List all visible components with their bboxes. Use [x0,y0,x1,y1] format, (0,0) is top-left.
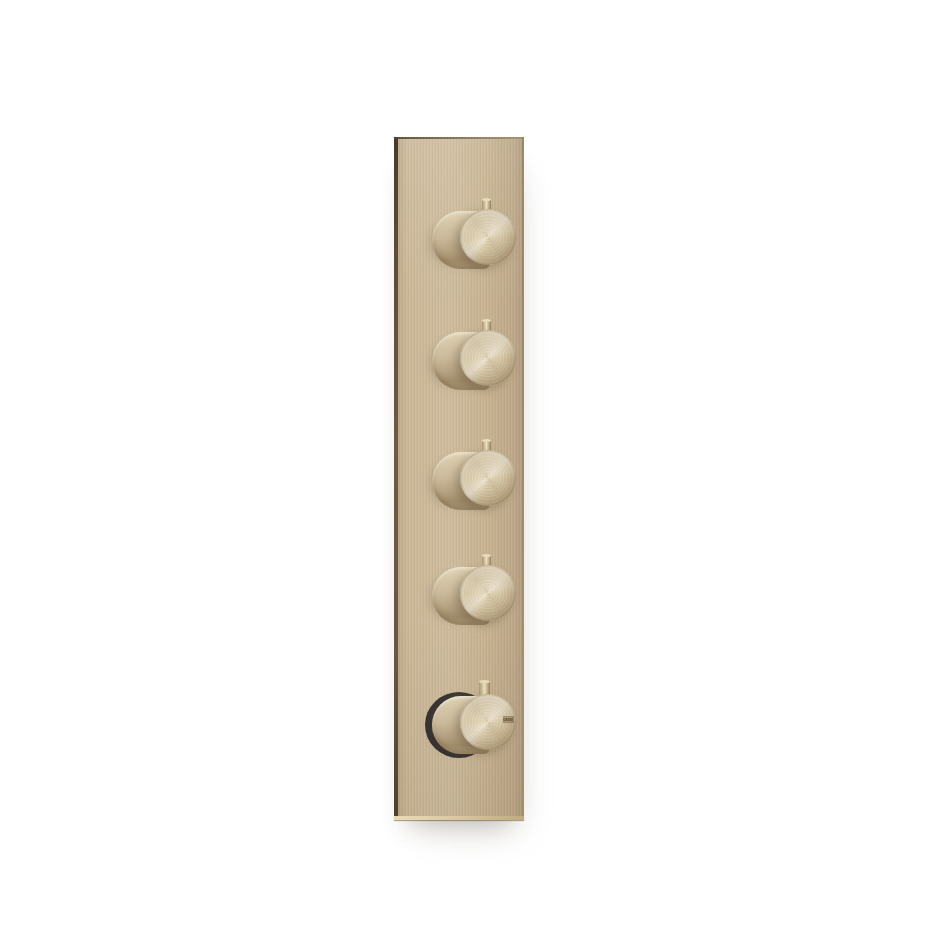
plate-bottom-bevel [394,816,524,820]
knob-face: GESSI [460,694,516,750]
knob-3 [430,439,518,517]
knob-face [460,565,516,621]
knob-face [460,209,516,265]
knob-face [460,450,516,506]
plate-right-edge [522,137,524,820]
knob-5-main: GESSI [430,683,518,761]
gessi-logo-badge: GESSI [503,716,514,723]
knob-face [460,330,516,386]
knob-2 [430,319,518,397]
knob-1 [430,198,518,276]
product-photo: GESSI [0,0,940,940]
plate-top-edge [394,137,524,139]
valve-trim-plate: GESSI [394,137,524,820]
knob-4 [430,554,518,632]
gessi-logo-text: GESSI [503,718,513,721]
plate-side-edge [394,137,398,820]
